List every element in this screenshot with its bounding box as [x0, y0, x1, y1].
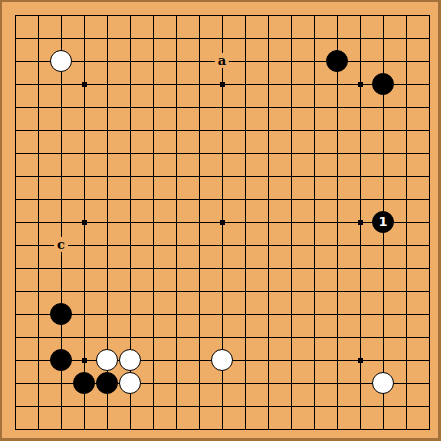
- star-point: [358, 220, 363, 225]
- point-label-c: c: [54, 237, 68, 252]
- grid-line-horizontal: [15, 406, 430, 407]
- black-stone-C6: [50, 303, 72, 325]
- white-stone-E4: [96, 349, 118, 371]
- grid-line-vertical: [337, 15, 338, 430]
- go-board: 1ac: [0, 0, 441, 441]
- grid-line-horizontal: [15, 245, 430, 246]
- black-stone-R10: 1: [372, 211, 394, 233]
- star-point: [220, 82, 225, 87]
- grid-line-horizontal: [15, 268, 430, 269]
- grid-line-vertical: [245, 15, 246, 430]
- grid-line-vertical: [291, 15, 292, 430]
- grid-line-horizontal: [15, 337, 430, 338]
- white-stone-R3: [372, 372, 394, 394]
- grid-line-vertical: [314, 15, 315, 430]
- go-diagram: 1ac: [0, 0, 441, 441]
- grid-line-vertical: [268, 15, 269, 430]
- star-point: [82, 358, 87, 363]
- white-stone-F3: [119, 372, 141, 394]
- black-stone-C4: [50, 349, 72, 371]
- grid-line-vertical: [406, 15, 407, 430]
- star-point: [82, 82, 87, 87]
- star-point: [358, 82, 363, 87]
- grid-line-horizontal: [15, 429, 430, 430]
- grid-line-horizontal: [15, 314, 430, 315]
- black-stone-E3: [96, 372, 118, 394]
- black-stone-R16: [372, 73, 394, 95]
- white-stone-K4: [211, 349, 233, 371]
- white-stone-C17: [50, 50, 72, 72]
- star-point: [82, 220, 87, 225]
- star-point: [220, 220, 225, 225]
- black-stone-D3: [73, 372, 95, 394]
- white-stone-F4: [119, 349, 141, 371]
- grid-line-horizontal: [15, 291, 430, 292]
- stone-number-label: 1: [378, 215, 387, 228]
- point-label-a: a: [215, 53, 229, 68]
- black-stone-P17: [326, 50, 348, 72]
- grid-line-vertical: [429, 15, 430, 430]
- star-point: [358, 358, 363, 363]
